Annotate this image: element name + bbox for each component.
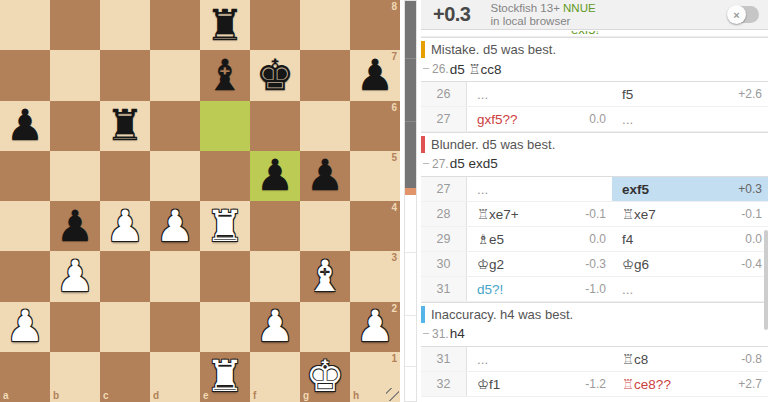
square-h4[interactable]: 4 [350, 201, 400, 251]
square-g1[interactable]: ♚g [300, 352, 350, 402]
eval-gauge-tick [405, 58, 416, 59]
white-move-san[interactable]: gxf5?? [477, 112, 518, 127]
white-move-eval: -1.2 [585, 377, 606, 391]
square-a2[interactable]: ♟ [0, 302, 50, 352]
coord-file-c: c [103, 390, 109, 401]
square-d4[interactable]: ♟ [150, 201, 200, 251]
square-f7[interactable]: ♚ [250, 50, 300, 100]
square-f4[interactable] [250, 201, 300, 251]
move-row: 26...f5+2.6 [421, 82, 768, 107]
white-move-san[interactable]: ♔f1 [477, 376, 500, 392]
black-move-eval: +2.7 [738, 377, 762, 391]
engine-nnue-badge: NNUE [563, 2, 596, 14]
move-row: 29♗e50.0f40.0 [421, 227, 768, 252]
square-a4[interactable] [0, 201, 50, 251]
scrollbar-thumb[interactable] [764, 230, 768, 330]
square-c8[interactable] [100, 0, 150, 50]
move-row: 30♔g2-0.3♔g6-0.4 [421, 252, 768, 277]
coord-file-g: g [303, 390, 309, 401]
coord-file-a: a [3, 390, 9, 401]
square-f1[interactable]: f [250, 352, 300, 402]
square-b4[interactable]: ♟ [50, 201, 100, 251]
black-move-cell[interactable]: ... [612, 107, 768, 131]
white-move-san[interactable]: ♗e5 [477, 231, 504, 247]
square-c5[interactable] [100, 151, 150, 201]
black-rook[interactable]: ♜ [100, 101, 150, 151]
square-b3[interactable]: ♟ [50, 251, 100, 301]
variation-moves[interactable]: d5 exd5 [450, 156, 498, 171]
square-e1[interactable]: ♜e [200, 352, 250, 402]
square-a8[interactable] [0, 0, 50, 50]
black-move-cell[interactable]: exf5+0.3 [612, 177, 768, 201]
square-h5[interactable]: 5 [350, 151, 400, 201]
coord-rank-5: 5 [391, 152, 397, 163]
white-move-eval: -0.1 [585, 207, 606, 221]
variation-move-number: 27. [432, 157, 449, 171]
move-number: 31 [421, 347, 467, 371]
move-number: 30 [421, 252, 467, 276]
white-move-cell[interactable]: gxf5??0.0 [467, 107, 612, 131]
blunder-color-bar [421, 136, 425, 153]
white-move-san[interactable]: ... [477, 352, 488, 367]
black-move-eval: +0.3 [738, 182, 762, 196]
clipped-previous-row: exf5! [421, 31, 768, 37]
black-pawn[interactable]: ♟ [50, 201, 100, 251]
variation-tree-dash [423, 333, 429, 334]
white-pawn[interactable]: ♟ [100, 201, 150, 251]
white-pawn[interactable]: ♟ [150, 201, 200, 251]
white-bishop[interactable]: ♝ [300, 251, 350, 301]
best-line-variation[interactable]: 26.d5 ♖cc8 [421, 59, 768, 78]
eval-gauge-tick [405, 366, 416, 367]
black-pawn[interactable]: ♟ [0, 101, 50, 151]
square-g3[interactable]: ♝ [300, 251, 350, 301]
square-h3[interactable]: 3 [350, 251, 400, 301]
black-move-san[interactable]: ♖ce8?? [622, 376, 671, 392]
black-move-cell[interactable]: ... [612, 277, 768, 301]
black-move-san[interactable]: ... [622, 112, 633, 127]
square-b1[interactable]: b [50, 352, 100, 402]
square-a6[interactable]: ♟ [0, 101, 50, 151]
move-row: 32♔f1-1.2♖ce8??+2.7 [421, 372, 768, 397]
coord-file-d: d [153, 390, 159, 401]
white-move-cell[interactable]: ... [467, 347, 612, 371]
square-f8[interactable] [250, 0, 300, 50]
square-h2[interactable]: ♟2 [350, 302, 400, 352]
white-move-cell[interactable]: d5?!-1.0 [467, 277, 612, 301]
variation-moves[interactable]: h4 [450, 326, 465, 341]
square-c2[interactable] [100, 302, 150, 352]
square-e7[interactable]: ♝ [200, 50, 250, 100]
engine-toggle-switch[interactable]: × [728, 6, 759, 23]
square-e5[interactable] [200, 151, 250, 201]
move-row: 27...exf5+0.3 [421, 177, 768, 202]
inaccuracy-color-bar [421, 306, 425, 323]
black-move-san[interactable]: ♖xe7 [622, 206, 656, 222]
square-b2[interactable] [50, 302, 100, 352]
white-move-eval: 0.0 [589, 112, 606, 126]
black-move-san[interactable]: f5 [622, 87, 633, 102]
black-move-san[interactable]: ♔g6 [622, 256, 649, 272]
white-pawn[interactable]: ♟ [0, 302, 50, 352]
black-move-eval: -0.1 [741, 207, 762, 221]
engine-subtitle: in local browser [490, 15, 570, 27]
black-move-eval: 0.0 [745, 232, 762, 246]
engine-info: Stockfish 13+ NNUE in local browser [490, 2, 595, 28]
move-number: 27 [421, 177, 467, 201]
coord-file-e: e [203, 390, 209, 401]
square-f6[interactable] [250, 101, 300, 151]
square-c1[interactable]: c [100, 352, 150, 402]
move-list: exf5!Mistake. d5 was best.26.d5 ♖cc826..… [421, 31, 768, 402]
white-move-san[interactable]: ... [477, 87, 488, 102]
white-move-san[interactable]: ♔g2 [477, 256, 504, 272]
chess-board[interactable]: ♜8♝♚♟7♟♜6♟♟5♟♟♟♜4♟♝3♟♟♟2abcd♜ef♚gh1 [0, 0, 400, 402]
square-e8[interactable]: ♜ [200, 0, 250, 50]
engine-eval: +0.3 [433, 3, 470, 26]
square-d7[interactable] [150, 50, 200, 100]
move-row: 27gxf5??0.0... [421, 107, 768, 132]
black-rook[interactable]: ♜ [200, 0, 250, 50]
eval-gauge-tick [405, 121, 416, 122]
eval-gauge-black [405, 1, 416, 188]
variation-tree-dash [423, 68, 429, 69]
square-g7[interactable] [300, 50, 350, 100]
square-e3[interactable] [200, 251, 250, 301]
judgment-comment-mistake: Mistake. d5 was best.26.d5 ♖cc8 [421, 37, 768, 82]
move-number: 28 [421, 202, 467, 226]
engine-toggle-knob[interactable]: × [727, 5, 746, 24]
square-g6[interactable] [300, 101, 350, 151]
white-move-cell[interactable]: ♔g2-0.3 [467, 252, 612, 276]
square-a3[interactable] [0, 251, 50, 301]
coord-rank-2: 2 [391, 303, 397, 314]
black-move-cell[interactable]: ♖ce8??+2.7 [612, 372, 768, 396]
square-b7[interactable] [50, 50, 100, 100]
mistake-color-bar [421, 41, 425, 58]
coord-rank-8: 8 [391, 1, 397, 12]
white-move-eval: -0.3 [585, 257, 606, 271]
square-f3[interactable] [250, 251, 300, 301]
square-d3[interactable] [150, 251, 200, 301]
square-d5[interactable] [150, 151, 200, 201]
engine-name: Stockfish 13+ [490, 2, 559, 14]
board-resize-handle[interactable] [386, 388, 399, 401]
square-g5[interactable]: ♟ [300, 151, 350, 201]
coord-rank-6: 6 [391, 102, 397, 113]
white-move-cell[interactable]: ♖xe7+-0.1 [467, 202, 612, 226]
black-move-cell[interactable]: ♖c8-0.8 [612, 347, 768, 371]
square-g4[interactable] [300, 201, 350, 251]
square-h6[interactable]: 6 [350, 101, 400, 151]
judgment-comment-blunder: Blunder. d5 was best.27.d5 exd5 [421, 132, 768, 177]
black-bishop[interactable]: ♝ [200, 50, 250, 100]
black-move-san[interactable]: f4 [622, 232, 633, 247]
coord-file-h: h [353, 390, 359, 401]
eval-gauge-tick [405, 315, 416, 316]
black-move-cell[interactable]: ♔g6-0.4 [612, 252, 768, 276]
variation-move-number: 26. [432, 62, 449, 76]
square-a5[interactable] [0, 151, 50, 201]
move-number: 29 [421, 227, 467, 251]
black-move-san[interactable]: ... [622, 282, 633, 297]
coord-rank-7: 7 [391, 51, 397, 62]
white-move-eval: 0.0 [589, 232, 606, 246]
square-h7[interactable]: ♟7 [350, 50, 400, 100]
square-d6[interactable] [150, 101, 200, 151]
white-move-san[interactable]: d5?! [477, 282, 503, 297]
engine-header: +0.3 Stockfish 13+ NNUE in local browser… [421, 0, 768, 30]
square-f5[interactable]: ♟ [250, 151, 300, 201]
judgment-text: Blunder. d5 was best. [431, 137, 555, 152]
judgment-text: Mistake. d5 was best. [431, 42, 556, 57]
white-rook[interactable]: ♜ [200, 201, 250, 251]
square-e4[interactable]: ♜ [200, 201, 250, 251]
move-row: 31d5?!-1.0... [421, 277, 768, 302]
lichess-analysis-app: ♜8♝♚♟7♟♜6♟♟5♟♟♟♜4♟♝3♟♟♟2abcd♜ef♚gh1 +0.3… [0, 0, 768, 402]
square-e6[interactable] [200, 101, 250, 151]
square-c3[interactable] [100, 251, 150, 301]
white-pawn[interactable]: ♟ [250, 302, 300, 352]
coord-rank-4: 4 [391, 202, 397, 213]
black-move-cell[interactable]: f5+2.6 [612, 82, 768, 106]
square-b5[interactable] [50, 151, 100, 201]
square-e2[interactable] [200, 302, 250, 352]
move-number: 32 [421, 372, 467, 396]
square-a1[interactable]: a [0, 352, 50, 402]
square-d2[interactable] [150, 302, 200, 352]
white-move-cell[interactable]: ♗e50.0 [467, 227, 612, 251]
coord-file-f: f [253, 390, 256, 401]
black-pawn[interactable]: ♟ [300, 151, 350, 201]
square-c6[interactable]: ♜ [100, 101, 150, 151]
square-d8[interactable] [150, 0, 200, 50]
move-row: 28♖xe7+-0.1♖xe7-0.1 [421, 202, 768, 227]
variation-moves[interactable]: d5 ♖cc8 [450, 61, 502, 77]
square-d1[interactable]: d [150, 352, 200, 402]
square-h8[interactable]: 8 [350, 0, 400, 50]
square-c4[interactable]: ♟ [100, 201, 150, 251]
white-move-san[interactable]: ... [477, 182, 488, 197]
white-move-cell[interactable]: ... [467, 177, 612, 201]
square-b8[interactable] [50, 0, 100, 50]
square-g8[interactable] [300, 0, 350, 50]
black-move-eval: -0.4 [741, 257, 762, 271]
square-a7[interactable] [0, 50, 50, 100]
variation-move-number: 31. [432, 327, 449, 341]
white-move-eval: -1.0 [585, 282, 606, 296]
move-row: 31...♖c8-0.8 [421, 347, 768, 372]
black-pawn[interactable]: ♟ [250, 151, 300, 201]
black-move-eval: +2.6 [738, 87, 762, 101]
square-g2[interactable] [300, 302, 350, 352]
move-number: 27 [421, 107, 467, 131]
black-move-cell[interactable]: ♖xe7-0.1 [612, 202, 768, 226]
best-line-variation[interactable]: 31.h4 [421, 324, 768, 343]
best-line-variation[interactable]: 27.d5 exd5 [421, 154, 768, 173]
white-move-cell[interactable]: ♔f1-1.2 [467, 372, 612, 396]
white-move-san[interactable]: ♖xe7+ [477, 206, 519, 222]
black-king[interactable]: ♚ [250, 50, 300, 100]
coord-file-b: b [53, 390, 59, 401]
black-move-cell[interactable]: f40.0 [612, 227, 768, 251]
coord-rank-1: 1 [391, 353, 397, 364]
black-move-eval: -0.8 [741, 352, 762, 366]
judgment-comment-inaccuracy: Inaccuracy. h4 was best.31.h4 [421, 302, 768, 347]
white-move-cell[interactable]: ... [467, 82, 612, 106]
variation-tree-dash [423, 163, 429, 164]
move-number: 31 [421, 277, 467, 301]
move-number: 26 [421, 82, 467, 106]
square-f2[interactable]: ♟ [250, 302, 300, 352]
coord-rank-3: 3 [391, 252, 397, 263]
analysis-panel: +0.3 Stockfish 13+ NNUE in local browser… [421, 0, 768, 402]
black-move-san[interactable]: exf5 [622, 182, 649, 197]
white-pawn[interactable]: ♟ [50, 251, 100, 301]
square-b6[interactable] [50, 101, 100, 151]
eval-gauge-zero-mark [405, 188, 416, 195]
square-c7[interactable] [100, 50, 150, 100]
eval-gauge-tick [405, 252, 416, 253]
black-move-san[interactable]: ♖c8 [622, 351, 648, 367]
clipped-move-fragment: exf5! [571, 31, 599, 37]
eval-gauge [404, 0, 417, 402]
judgment-text: Inaccuracy. h4 was best. [431, 307, 573, 322]
